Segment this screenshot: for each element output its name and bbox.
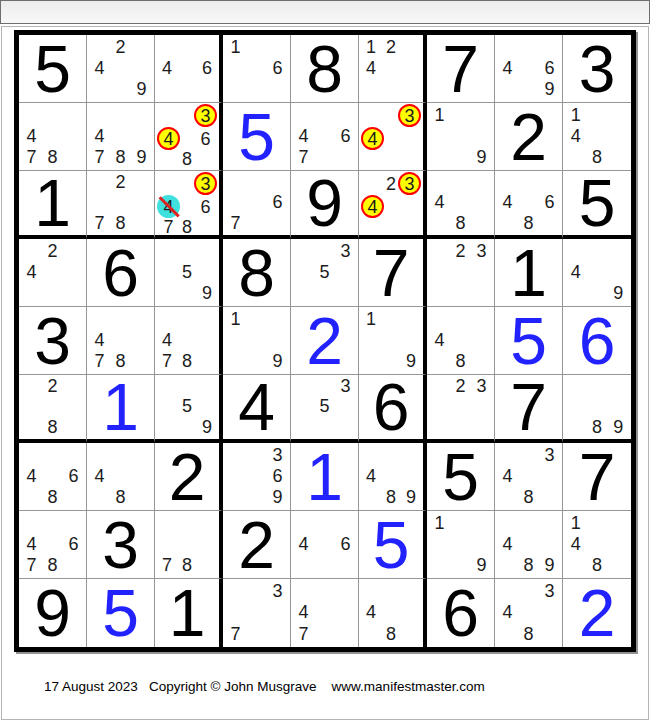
cell-r1c3[interactable]: 46: [155, 35, 223, 103]
cell-r4c2[interactable]: 6: [87, 239, 155, 307]
cell-r4c5[interactable]: 35: [291, 239, 359, 307]
candidate-8: 8: [450, 213, 471, 233]
candidate-6: 6: [267, 465, 288, 486]
cell-r4c8[interactable]: 1: [495, 239, 563, 307]
candidate-7: 7: [89, 351, 110, 372]
cell-r4c4[interactable]: 8: [223, 239, 291, 307]
cell-r8c6[interactable]: 5: [359, 511, 427, 579]
cell-value: 5: [359, 511, 423, 578]
cell-r9c1[interactable]: 9: [19, 579, 87, 647]
candidate-8: 8: [177, 351, 197, 372]
candidate-3: 3: [539, 444, 560, 465]
candidate-grid: 47: [293, 580, 356, 645]
candidate-grid: 148: [565, 512, 629, 576]
cell-r1c5[interactable]: 8: [291, 35, 359, 103]
cell-r6c1[interactable]: 28: [19, 375, 87, 443]
candidate-9: 9: [401, 351, 421, 372]
cell-value: 2: [223, 511, 290, 578]
cell-r4c3[interactable]: 59: [155, 239, 223, 307]
candidate-1: 1: [565, 512, 586, 533]
candidate-grid: 89: [565, 376, 629, 437]
candidate-6: 6: [194, 127, 217, 150]
candidate-6: 6: [267, 192, 288, 212]
candidate-grid: 4678: [21, 512, 84, 576]
candidate-grid: 19: [429, 104, 492, 168]
candidate-2: 2: [450, 240, 471, 261]
candidate-9: 9: [197, 417, 217, 437]
candidate-grid: 478: [157, 308, 217, 372]
candidate-grid: 37: [225, 580, 288, 645]
candidate-4: 4: [157, 329, 177, 350]
cell-r2c6[interactable]: 34: [359, 103, 427, 171]
candidate-9: 9: [131, 79, 152, 100]
candidate-2: 2: [381, 36, 401, 57]
candidate-8: 8: [586, 147, 607, 168]
candidate-grid: 348: [497, 580, 560, 645]
cell-r2c8[interactable]: 2: [495, 103, 563, 171]
cell-r3c9[interactable]: 5: [563, 171, 631, 239]
candidate-3-highlighted: 3: [194, 104, 217, 127]
candidate-grid: 124: [361, 36, 421, 100]
candidate-4: 4: [293, 125, 314, 146]
candidate-4: 4: [21, 261, 42, 282]
candidate-8: 8: [586, 417, 607, 437]
cell-value: 5: [563, 171, 631, 235]
candidate-7: 7: [157, 218, 180, 236]
candidate-grid: 48: [429, 172, 492, 233]
candidate-9: 9: [608, 417, 629, 437]
cell-value: 8: [223, 239, 290, 306]
candidate-grid: 59: [157, 376, 217, 437]
cell-value: 1: [291, 443, 358, 510]
candidate-grid: 468: [497, 172, 560, 233]
cell-value: 5: [495, 307, 562, 374]
cell-r3c6[interactable]: 234: [359, 171, 427, 239]
candidate-grid: 148: [565, 104, 629, 168]
candidate-grid: 67: [225, 172, 288, 233]
cell-r7c1[interactable]: 468: [19, 443, 87, 511]
candidate-4: 4: [89, 329, 110, 350]
cell-r9c2[interactable]: 5: [87, 579, 155, 647]
cell-r5c5[interactable]: 2: [291, 307, 359, 375]
candidate-4: 4: [429, 192, 450, 212]
candidate-4: 4: [293, 602, 314, 624]
cell-r4c1[interactable]: 24: [19, 239, 87, 307]
candidate-6: 6: [335, 533, 356, 554]
cell-r5c3[interactable]: 478: [155, 307, 223, 375]
cell-value: 2: [563, 579, 631, 647]
candidate-1: 1: [225, 308, 246, 329]
cell-r1c7[interactable]: 7: [427, 35, 495, 103]
cell-r4c6[interactable]: 7: [359, 239, 427, 307]
cell-value: 3: [19, 307, 86, 374]
cell-r6c7[interactable]: 23: [427, 375, 495, 443]
candidate-4: 4: [429, 329, 450, 350]
candidate-grid: 78: [157, 512, 217, 576]
candidate-6: 6: [539, 57, 560, 78]
cell-r2c7[interactable]: 19: [427, 103, 495, 171]
candidate-2: 2: [450, 376, 471, 396]
screenshot-root: { "game": "sudoku", "position": "5000807…: [0, 0, 650, 720]
candidate-grid: 469: [497, 36, 560, 100]
cell-value: 7: [427, 35, 494, 102]
cell-value: 4: [223, 375, 290, 439]
cell-value: 6: [359, 375, 423, 439]
candidate-8: 8: [110, 213, 131, 233]
candidate-1: 1: [225, 36, 246, 57]
candidate-grid: 19: [361, 308, 421, 372]
candidate-2: 2: [42, 376, 63, 396]
candidate-4-highlighted: 4: [361, 127, 384, 150]
candidate-4: 4: [21, 125, 42, 146]
candidate-8: 8: [110, 351, 131, 372]
cell-r5c2[interactable]: 478: [87, 307, 155, 375]
candidate-grid: 46: [293, 512, 356, 576]
footer-credit: 17 August 2023 Copyright © John Musgrave…: [44, 679, 485, 694]
cell-r7c2[interactable]: 48: [87, 443, 155, 511]
candidate-9: 9: [401, 487, 421, 508]
candidate-7: 7: [89, 147, 110, 168]
cell-r1c4[interactable]: 16: [223, 35, 291, 103]
candidate-grid: 489: [361, 444, 421, 508]
cell-r9c7[interactable]: 6: [427, 579, 495, 647]
toolbar: [0, 0, 650, 24]
cell-value: 1: [495, 239, 562, 306]
candidate-4: 4: [89, 125, 110, 146]
candidate-4: 4: [565, 261, 586, 282]
cell-r6c2[interactable]: 1: [87, 375, 155, 443]
candidate-4-highlighted: 4: [361, 195, 384, 218]
candidate-grid: 48: [89, 444, 152, 508]
candidate-8: 8: [381, 623, 401, 645]
candidate-8: 8: [180, 150, 194, 168]
candidate-6: 6: [197, 57, 217, 78]
cell-r7c4[interactable]: 369: [223, 443, 291, 511]
candidate-3: 3: [471, 240, 492, 261]
candidate-grid: 28: [21, 376, 84, 437]
cell-r3c3[interactable]: 34678: [155, 171, 223, 239]
cell-value: 7: [359, 239, 423, 306]
candidate-4-highlighted: 4: [157, 127, 180, 150]
candidate-4: 4: [21, 465, 42, 486]
cell-r1c9[interactable]: 3: [563, 35, 631, 103]
cell-r2c9[interactable]: 148: [563, 103, 631, 171]
candidate-grid: 369: [225, 444, 288, 508]
candidate-4: 4: [361, 465, 381, 486]
candidate-7: 7: [225, 213, 246, 233]
cell-r5c1[interactable]: 3: [19, 307, 87, 375]
cell-r1c6[interactable]: 124: [359, 35, 427, 103]
cell-value: 6: [563, 307, 631, 374]
candidate-1: 1: [565, 104, 586, 125]
candidate-5: 5: [314, 396, 335, 416]
cell-r9c4[interactable]: 37: [223, 579, 291, 647]
cell-r3c7[interactable]: 48: [427, 171, 495, 239]
candidate-1: 1: [361, 308, 381, 329]
cell-r9c5[interactable]: 47: [291, 579, 359, 647]
candidate-8: 8: [42, 487, 63, 508]
candidate-2: 2: [110, 172, 131, 192]
candidate-8: 8: [518, 555, 539, 576]
candidate-grid: 23: [429, 240, 492, 304]
candidate-6: 6: [63, 533, 84, 554]
candidate-8: 8: [177, 555, 197, 576]
candidate-9: 9: [471, 555, 492, 576]
candidate-6: 6: [63, 465, 84, 486]
candidate-7: 7: [157, 555, 177, 576]
cell-r7c6[interactable]: 489: [359, 443, 427, 511]
cell-r7c7[interactable]: 5: [427, 443, 495, 511]
candidate-grid: 19: [429, 512, 492, 576]
cell-r8c1[interactable]: 4678: [19, 511, 87, 579]
cell-r7c5[interactable]: 1: [291, 443, 359, 511]
candidate-1: 1: [361, 36, 381, 57]
cell-value: 9: [19, 579, 86, 647]
cell-r1c2[interactable]: 249: [87, 35, 155, 103]
candidate-7: 7: [293, 623, 314, 645]
cell-value: 3: [563, 35, 631, 102]
candidate-3: 3: [539, 580, 560, 602]
candidate-3-highlighted: 3: [398, 104, 421, 127]
candidate-4-eliminated: 4: [157, 195, 180, 218]
cell-r5c4[interactable]: 19: [223, 307, 291, 375]
candidate-4: 4: [89, 465, 110, 486]
cell-r3c2[interactable]: 278: [87, 171, 155, 239]
cell-r2c4[interactable]: 5: [223, 103, 291, 171]
cell-r4c9[interactable]: 49: [563, 239, 631, 307]
cell-r8c3[interactable]: 78: [155, 511, 223, 579]
cell-r9c3[interactable]: 1: [155, 579, 223, 647]
cell-r5c6[interactable]: 19: [359, 307, 427, 375]
candidate-4: 4: [361, 602, 381, 624]
candidate-3-highlighted: 3: [398, 172, 421, 195]
candidate-3: 3: [267, 444, 288, 465]
cell-value: 2: [155, 443, 219, 510]
cell-value: 1: [87, 375, 154, 439]
cell-r8c5[interactable]: 46: [291, 511, 359, 579]
candidate-9: 9: [608, 283, 629, 304]
candidate-grid: 34: [361, 104, 421, 168]
cell-r7c9[interactable]: 7: [563, 443, 631, 511]
candidate-5: 5: [314, 261, 335, 282]
cell-r1c8[interactable]: 469: [495, 35, 563, 103]
candidate-grid: 48: [429, 308, 492, 372]
candidate-2: 2: [384, 172, 398, 195]
candidate-grid: 467: [293, 104, 356, 168]
candidate-3: 3: [335, 376, 356, 396]
candidate-9: 9: [131, 147, 152, 168]
candidate-grid: 19: [225, 308, 288, 372]
cell-value: 5: [427, 443, 494, 510]
candidate-4: 4: [565, 125, 586, 146]
cell-r8c7[interactable]: 19: [427, 511, 495, 579]
candidate-7: 7: [157, 351, 177, 372]
cell-r2c1[interactable]: 478: [19, 103, 87, 171]
candidate-grid: 478: [89, 308, 152, 372]
cell-value: 1: [155, 579, 219, 647]
candidate-8: 8: [110, 487, 131, 508]
candidate-grid: 23: [429, 376, 492, 437]
candidate-grid: 35: [293, 240, 356, 304]
cell-value: 7: [495, 375, 562, 439]
candidate-4: 4: [497, 57, 518, 78]
candidate-4: 4: [21, 533, 42, 554]
cell-value: 1: [19, 171, 86, 235]
candidate-4: 4: [89, 57, 110, 78]
cell-r6c8[interactable]: 7: [495, 375, 563, 443]
cell-value: 7: [563, 443, 631, 510]
candidate-9: 9: [539, 79, 560, 100]
candidate-grid: 489: [497, 512, 560, 576]
candidate-8: 8: [518, 213, 539, 233]
candidate-8: 8: [110, 147, 131, 168]
candidate-4: 4: [497, 465, 518, 486]
cell-r5c9[interactable]: 6: [563, 307, 631, 375]
candidate-5: 5: [177, 396, 197, 416]
cell-r5c8[interactable]: 5: [495, 307, 563, 375]
candidate-4: 4: [497, 533, 518, 554]
candidate-grid: 48: [361, 580, 421, 645]
cell-value: 6: [87, 239, 154, 306]
cell-value: 5: [87, 579, 154, 647]
cell-r2c3[interactable]: 3468: [155, 103, 223, 171]
cell-r3c5[interactable]: 9: [291, 171, 359, 239]
candidate-grid: 249: [89, 36, 152, 100]
cell-r3c1[interactable]: 1: [19, 171, 87, 239]
candidate-9: 9: [267, 487, 288, 508]
cell-value: 9: [291, 171, 358, 235]
candidate-3: 3: [335, 240, 356, 261]
candidate-grid: 468: [21, 444, 84, 508]
candidate-4: 4: [497, 192, 518, 212]
candidate-2: 2: [110, 36, 131, 57]
cell-r8c8[interactable]: 489: [495, 511, 563, 579]
candidate-4: 4: [565, 533, 586, 554]
candidate-6: 6: [539, 192, 560, 212]
candidate-5: 5: [177, 261, 197, 282]
cell-r7c3[interactable]: 2: [155, 443, 223, 511]
candidate-8: 8: [586, 555, 607, 576]
cell-value: 8: [291, 35, 358, 102]
cell-r5c7[interactable]: 48: [427, 307, 495, 375]
candidate-grid: 34678: [157, 172, 217, 233]
cell-value: 6: [427, 579, 494, 647]
cell-r6c9[interactable]: 89: [563, 375, 631, 443]
cell-r8c2[interactable]: 3: [87, 511, 155, 579]
candidate-grid: 278: [89, 172, 152, 233]
cell-r8c4[interactable]: 2: [223, 511, 291, 579]
candidate-9: 9: [539, 555, 560, 576]
sudoku-board: 5249461681247469347847893468546734192148…: [14, 30, 636, 652]
candidate-8: 8: [518, 623, 539, 645]
candidate-1: 1: [429, 104, 450, 125]
candidate-4: 4: [293, 533, 314, 554]
candidate-8: 8: [42, 555, 63, 576]
candidate-7: 7: [21, 555, 42, 576]
cell-r1c1[interactable]: 5: [19, 35, 87, 103]
candidate-3: 3: [267, 580, 288, 602]
candidate-8: 8: [450, 351, 471, 372]
candidate-grid: 16: [225, 36, 288, 100]
cell-r2c2[interactable]: 4789: [87, 103, 155, 171]
candidate-7: 7: [89, 213, 110, 233]
cell-r6c3[interactable]: 59: [155, 375, 223, 443]
candidate-8: 8: [381, 487, 401, 508]
candidate-grid: 59: [157, 240, 217, 304]
cell-r6c6[interactable]: 6: [359, 375, 427, 443]
candidate-9: 9: [197, 283, 217, 304]
candidate-grid: 478: [21, 104, 84, 168]
candidate-grid: 49: [565, 240, 629, 304]
candidate-6: 6: [194, 195, 217, 218]
cell-value: 5: [19, 35, 86, 102]
candidate-4: 4: [497, 602, 518, 624]
cell-r8c9[interactable]: 148: [563, 511, 631, 579]
candidate-9: 9: [471, 147, 492, 168]
candidate-1: 1: [429, 512, 450, 533]
candidate-2: 2: [42, 240, 63, 261]
candidate-grid: 46: [157, 36, 217, 100]
cell-r7c8[interactable]: 348: [495, 443, 563, 511]
candidate-8: 8: [42, 147, 63, 168]
candidate-grid: 234: [361, 172, 421, 233]
candidate-6: 6: [267, 57, 288, 78]
candidate-3: 3: [471, 376, 492, 396]
candidate-7: 7: [225, 623, 246, 645]
candidate-grid: 24: [21, 240, 84, 304]
cell-r3c4[interactable]: 67: [223, 171, 291, 239]
cell-r6c4[interactable]: 4: [223, 375, 291, 443]
candidate-3-highlighted: 3: [194, 172, 217, 195]
candidate-grid: 4789: [89, 104, 152, 168]
cell-r9c9[interactable]: 2: [563, 579, 631, 647]
candidate-6: 6: [335, 125, 356, 146]
candidate-8: 8: [42, 417, 63, 437]
cell-value: 2: [495, 103, 562, 170]
candidate-7: 7: [293, 147, 314, 168]
cell-r9c8[interactable]: 348: [495, 579, 563, 647]
cell-r9c6[interactable]: 48: [359, 579, 427, 647]
candidate-7: 7: [21, 147, 42, 168]
candidate-8: 8: [180, 218, 194, 236]
candidate-8: 8: [518, 487, 539, 508]
candidate-grid: 348: [497, 444, 560, 508]
cell-r3c8[interactable]: 468: [495, 171, 563, 239]
cell-value: 5: [223, 103, 290, 170]
candidate-grid: 3468: [157, 104, 217, 168]
candidate-4: 4: [157, 57, 177, 78]
cell-r2c5[interactable]: 467: [291, 103, 359, 171]
cell-value: 2: [291, 307, 358, 374]
candidate-grid: 35: [293, 376, 356, 437]
candidate-4: 4: [361, 57, 381, 78]
candidate-9: 9: [267, 351, 288, 372]
cell-r6c5[interactable]: 35: [291, 375, 359, 443]
cell-value: 3: [87, 511, 154, 578]
cell-r4c7[interactable]: 23: [427, 239, 495, 307]
